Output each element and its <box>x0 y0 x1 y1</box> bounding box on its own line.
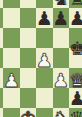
square-r5-c2[interactable] <box>20 88 36 108</box>
square-r4-c2[interactable] <box>20 68 36 88</box>
piece-black-king[interactable]: ♚ <box>67 38 82 58</box>
piece-white-king[interactable]: ♚ <box>18 108 38 117</box>
square-r1-c1[interactable] <box>3 8 19 28</box>
piece-black-pawn[interactable]: ♟ <box>67 8 82 28</box>
square-r0-c2[interactable] <box>20 0 36 8</box>
square-r2-c2[interactable] <box>20 28 36 48</box>
square-r2-c1[interactable] <box>3 28 19 48</box>
square-r5-c3[interactable] <box>36 88 52 108</box>
square-r2-c3[interactable] <box>36 28 52 48</box>
square-r5-c1[interactable] <box>3 88 19 108</box>
piece-black-pawn[interactable]: ♟ <box>67 88 82 108</box>
square-r0-c1[interactable] <box>3 0 19 8</box>
piece-black-queen[interactable]: ♛ <box>67 108 82 117</box>
piece-white-pawn[interactable]: ♟ <box>2 70 22 90</box>
piece-white-pawn[interactable]: ♟ <box>34 50 54 70</box>
square-r3-c1[interactable] <box>3 48 19 68</box>
chess-board: ♞♜♟♟♟♟♚♟♟♛♟♚♞♛ <box>0 0 82 117</box>
